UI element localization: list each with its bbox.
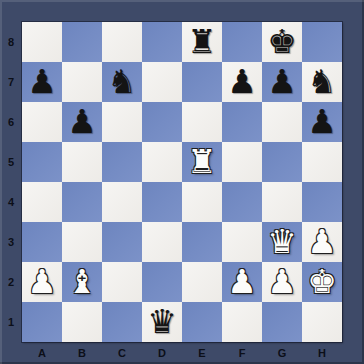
square-c7[interactable]: ♞: [102, 62, 142, 102]
rank-label-4: 4: [0, 182, 22, 222]
square-f7[interactable]: ♟: [222, 62, 262, 102]
file-label-f: F: [222, 342, 262, 364]
square-h5[interactable]: [302, 142, 342, 182]
square-c8[interactable]: [102, 22, 142, 62]
piece-white-pawn[interactable]: ♟: [307, 222, 337, 262]
square-a6[interactable]: [22, 102, 62, 142]
rank-label-7: 7: [0, 62, 22, 102]
square-h1[interactable]: [302, 302, 342, 342]
piece-black-knight[interactable]: ♞: [107, 62, 137, 102]
square-b3[interactable]: [62, 222, 102, 262]
square-f4[interactable]: [222, 182, 262, 222]
file-label-c: C: [102, 342, 142, 364]
square-h8[interactable]: [302, 22, 342, 62]
square-a3[interactable]: [22, 222, 62, 262]
square-h7[interactable]: ♞: [302, 62, 342, 102]
square-b7[interactable]: [62, 62, 102, 102]
square-h4[interactable]: [302, 182, 342, 222]
piece-white-king[interactable]: ♚: [307, 262, 337, 302]
square-f5[interactable]: [222, 142, 262, 182]
square-c4[interactable]: [102, 182, 142, 222]
square-e2[interactable]: [182, 262, 222, 302]
piece-black-pawn[interactable]: ♟: [227, 62, 257, 102]
square-g4[interactable]: [262, 182, 302, 222]
piece-white-rook[interactable]: ♜: [187, 142, 217, 182]
square-e1[interactable]: [182, 302, 222, 342]
piece-white-pawn[interactable]: ♟: [27, 262, 57, 302]
file-label-h: H: [302, 342, 342, 364]
rank-label-8: 8: [0, 22, 22, 62]
file-label-e: E: [182, 342, 222, 364]
square-d4[interactable]: [142, 182, 182, 222]
square-d2[interactable]: [142, 262, 182, 302]
square-a4[interactable]: [22, 182, 62, 222]
square-b5[interactable]: [62, 142, 102, 182]
square-g5[interactable]: [262, 142, 302, 182]
square-e3[interactable]: [182, 222, 222, 262]
square-h6[interactable]: ♟: [302, 102, 342, 142]
square-c3[interactable]: [102, 222, 142, 262]
piece-black-knight[interactable]: ♞: [307, 62, 337, 102]
square-d6[interactable]: [142, 102, 182, 142]
square-e8[interactable]: ♜: [182, 22, 222, 62]
square-g2[interactable]: ♟: [262, 262, 302, 302]
file-label-g: G: [262, 342, 302, 364]
square-g6[interactable]: [262, 102, 302, 142]
square-h3[interactable]: ♟: [302, 222, 342, 262]
rank-label-3: 3: [0, 222, 22, 262]
square-f2[interactable]: ♟: [222, 262, 262, 302]
square-d3[interactable]: [142, 222, 182, 262]
square-f6[interactable]: [222, 102, 262, 142]
square-d7[interactable]: [142, 62, 182, 102]
square-b8[interactable]: [62, 22, 102, 62]
square-b1[interactable]: [62, 302, 102, 342]
piece-black-pawn[interactable]: ♟: [267, 62, 297, 102]
piece-white-pawn[interactable]: ♟: [227, 262, 257, 302]
piece-white-queen[interactable]: ♛: [267, 222, 297, 262]
square-b2[interactable]: ♝: [62, 262, 102, 302]
square-f3[interactable]: [222, 222, 262, 262]
piece-white-pawn[interactable]: ♟: [267, 262, 297, 302]
square-c1[interactable]: [102, 302, 142, 342]
square-g8[interactable]: ♚: [262, 22, 302, 62]
chessboard-frame: ♜♚♟♞♟♟♞♟♟♜♛♟♟♝♟♟♚♛ 87654321 ABCDEFGH: [0, 0, 364, 364]
piece-black-king[interactable]: ♚: [267, 22, 297, 62]
piece-white-bishop[interactable]: ♝: [67, 262, 97, 302]
square-d5[interactable]: [142, 142, 182, 182]
square-c6[interactable]: [102, 102, 142, 142]
piece-black-pawn[interactable]: ♟: [27, 62, 57, 102]
square-h2[interactable]: ♚: [302, 262, 342, 302]
square-b4[interactable]: [62, 182, 102, 222]
square-c2[interactable]: [102, 262, 142, 302]
file-label-d: D: [142, 342, 182, 364]
piece-black-pawn[interactable]: ♟: [307, 102, 337, 142]
square-a7[interactable]: ♟: [22, 62, 62, 102]
file-label-b: B: [62, 342, 102, 364]
square-g1[interactable]: [262, 302, 302, 342]
square-c5[interactable]: [102, 142, 142, 182]
square-d8[interactable]: [142, 22, 182, 62]
piece-black-rook[interactable]: ♜: [187, 22, 217, 62]
rank-label-6: 6: [0, 102, 22, 142]
square-e7[interactable]: [182, 62, 222, 102]
rank-label-5: 5: [0, 142, 22, 182]
piece-black-pawn[interactable]: ♟: [67, 102, 97, 142]
square-e6[interactable]: [182, 102, 222, 142]
square-e4[interactable]: [182, 182, 222, 222]
rank-label-1: 1: [0, 302, 22, 342]
file-label-a: A: [22, 342, 62, 364]
square-a2[interactable]: ♟: [22, 262, 62, 302]
square-f1[interactable]: [222, 302, 262, 342]
square-d1[interactable]: ♛: [142, 302, 182, 342]
square-a8[interactable]: [22, 22, 62, 62]
square-e5[interactable]: ♜: [182, 142, 222, 182]
square-a5[interactable]: [22, 142, 62, 182]
square-a1[interactable]: [22, 302, 62, 342]
square-g3[interactable]: ♛: [262, 222, 302, 262]
square-g7[interactable]: ♟: [262, 62, 302, 102]
rank-label-2: 2: [0, 262, 22, 302]
chessboard: ♜♚♟♞♟♟♞♟♟♜♛♟♟♝♟♟♚♛: [22, 22, 342, 342]
piece-black-queen[interactable]: ♛: [147, 302, 177, 342]
square-f8[interactable]: [222, 22, 262, 62]
square-b6[interactable]: ♟: [62, 102, 102, 142]
